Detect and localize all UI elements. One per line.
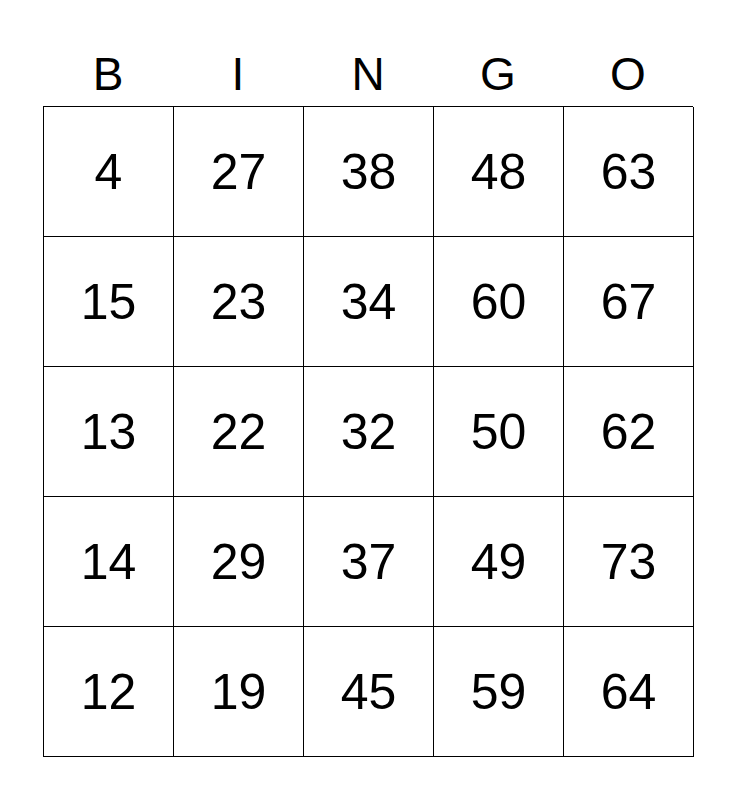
header-letter-o: O [610, 51, 646, 97]
header-letter-i: I [232, 51, 245, 97]
cell-r3c1[interactable]: 13 [44, 367, 174, 497]
bingo-board: 4 27 38 48 63 15 23 34 60 67 13 22 32 50… [43, 106, 693, 757]
cell-r5c1[interactable]: 12 [44, 627, 174, 757]
cell-r1c2[interactable]: 27 [174, 107, 304, 237]
bingo-card: B I N G O 4 27 38 48 63 15 23 34 60 67 1… [43, 42, 693, 757]
cell-r3c5[interactable]: 62 [564, 367, 694, 497]
cell-r2c3[interactable]: 34 [304, 237, 434, 367]
cell-r3c4[interactable]: 50 [434, 367, 564, 497]
header-letter-b: B [93, 51, 124, 97]
bingo-header-row: B I N G O [43, 42, 693, 106]
cell-r4c3[interactable]: 37 [304, 497, 434, 627]
cell-r1c4[interactable]: 48 [434, 107, 564, 237]
cell-r1c1[interactable]: 4 [44, 107, 174, 237]
cell-r1c3[interactable]: 38 [304, 107, 434, 237]
cell-r5c2[interactable]: 19 [174, 627, 304, 757]
cell-r2c4[interactable]: 60 [434, 237, 564, 367]
cell-r5c5[interactable]: 64 [564, 627, 694, 757]
cell-r2c5[interactable]: 67 [564, 237, 694, 367]
header-letter-n: N [351, 51, 384, 97]
cell-r2c2[interactable]: 23 [174, 237, 304, 367]
cell-r4c5[interactable]: 73 [564, 497, 694, 627]
cell-r2c1[interactable]: 15 [44, 237, 174, 367]
header-letter-g: G [480, 51, 516, 97]
cell-r3c3[interactable]: 32 [304, 367, 434, 497]
cell-r3c2[interactable]: 22 [174, 367, 304, 497]
cell-r5c4[interactable]: 59 [434, 627, 564, 757]
cell-r4c1[interactable]: 14 [44, 497, 174, 627]
cell-r4c4[interactable]: 49 [434, 497, 564, 627]
cell-r5c3[interactable]: 45 [304, 627, 434, 757]
cell-r1c5[interactable]: 63 [564, 107, 694, 237]
cell-r4c2[interactable]: 29 [174, 497, 304, 627]
